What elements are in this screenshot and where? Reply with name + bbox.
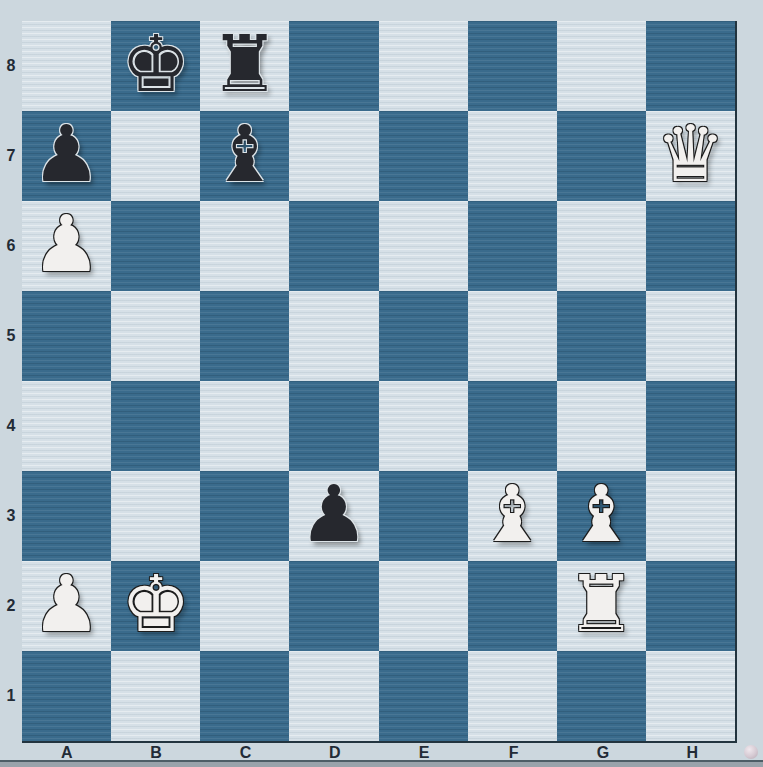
rank-label-7: 7 [0, 111, 22, 201]
file-label-h: H [648, 745, 737, 761]
square-g2[interactable]: ♜ [557, 561, 646, 651]
square-d1[interactable] [289, 651, 378, 741]
square-b5[interactable] [111, 291, 200, 381]
file-label-b: B [111, 745, 200, 761]
rank-label-6: 6 [0, 201, 22, 291]
square-b3[interactable] [111, 471, 200, 561]
square-g3[interactable]: ♝ [557, 471, 646, 561]
square-h5[interactable] [646, 291, 735, 381]
square-d7[interactable] [289, 111, 378, 201]
square-g6[interactable] [557, 201, 646, 291]
file-label-c: C [201, 745, 290, 761]
piece-white-bishop-f3[interactable]: ♝ [477, 475, 547, 553]
square-d6[interactable] [289, 201, 378, 291]
square-f6[interactable] [468, 201, 557, 291]
square-b4[interactable] [111, 381, 200, 471]
square-f1[interactable] [468, 651, 557, 741]
chess-app-window: 8 7 6 5 4 3 2 1 ♚♜♟♝♛♟♟♝♝♟♚♜ A B C D E F… [0, 0, 763, 767]
square-g4[interactable] [557, 381, 646, 471]
square-a8[interactable] [22, 21, 111, 111]
square-f4[interactable] [468, 381, 557, 471]
square-c4[interactable] [200, 381, 289, 471]
square-f3[interactable]: ♝ [468, 471, 557, 561]
square-g1[interactable] [557, 651, 646, 741]
square-e6[interactable] [379, 201, 468, 291]
square-d5[interactable] [289, 291, 378, 381]
chess-board[interactable]: ♚♜♟♝♛♟♟♝♝♟♚♜ [22, 21, 737, 743]
square-c5[interactable] [200, 291, 289, 381]
square-e4[interactable] [379, 381, 468, 471]
square-h2[interactable] [646, 561, 735, 651]
square-h7[interactable]: ♛ [646, 111, 735, 201]
square-e3[interactable] [379, 471, 468, 561]
square-c7[interactable]: ♝ [200, 111, 289, 201]
square-f5[interactable] [468, 291, 557, 381]
square-b1[interactable] [111, 651, 200, 741]
square-h6[interactable] [646, 201, 735, 291]
square-f7[interactable] [468, 111, 557, 201]
square-a2[interactable]: ♟ [22, 561, 111, 651]
piece-white-king-b2[interactable]: ♚ [121, 565, 191, 643]
square-e1[interactable] [379, 651, 468, 741]
square-a6[interactable]: ♟ [22, 201, 111, 291]
square-d8[interactable] [289, 21, 378, 111]
rank-label-4: 4 [0, 381, 22, 471]
square-c1[interactable] [200, 651, 289, 741]
square-b6[interactable] [111, 201, 200, 291]
rank-labels: 8 7 6 5 4 3 2 1 [0, 21, 22, 741]
piece-white-pawn-a2[interactable]: ♟ [32, 565, 102, 643]
piece-black-pawn-d3[interactable]: ♟ [299, 475, 369, 553]
piece-white-bishop-g3[interactable]: ♝ [566, 475, 636, 553]
piece-black-bishop-c7[interactable]: ♝ [210, 115, 280, 193]
file-label-e: E [380, 745, 469, 761]
rank-label-5: 5 [0, 291, 22, 381]
square-h3[interactable] [646, 471, 735, 561]
file-labels: A B C D E F G H [22, 745, 737, 761]
square-e5[interactable] [379, 291, 468, 381]
piece-black-pawn-a7[interactable]: ♟ [32, 115, 102, 193]
square-e2[interactable] [379, 561, 468, 651]
square-c6[interactable] [200, 201, 289, 291]
square-e8[interactable] [379, 21, 468, 111]
square-g7[interactable] [557, 111, 646, 201]
piece-white-queen-h7[interactable]: ♛ [655, 115, 725, 193]
square-a4[interactable] [22, 381, 111, 471]
file-label-a: A [22, 745, 111, 761]
square-g8[interactable] [557, 21, 646, 111]
bottom-bar [0, 760, 763, 767]
square-f2[interactable] [468, 561, 557, 651]
file-label-d: D [290, 745, 379, 761]
square-e7[interactable] [379, 111, 468, 201]
file-label-g: G [558, 745, 647, 761]
square-a7[interactable]: ♟ [22, 111, 111, 201]
piece-white-rook-g2[interactable]: ♜ [566, 565, 636, 643]
square-b7[interactable] [111, 111, 200, 201]
square-c3[interactable] [200, 471, 289, 561]
square-c2[interactable] [200, 561, 289, 651]
rank-label-3: 3 [0, 471, 22, 561]
piece-black-king-b8[interactable]: ♚ [121, 25, 191, 103]
file-label-f: F [469, 745, 558, 761]
square-g5[interactable] [557, 291, 646, 381]
square-a1[interactable] [22, 651, 111, 741]
rank-label-1: 1 [0, 651, 22, 741]
piece-black-rook-c8[interactable]: ♜ [210, 25, 280, 103]
square-b8[interactable]: ♚ [111, 21, 200, 111]
square-h1[interactable] [646, 651, 735, 741]
piece-white-pawn-a6[interactable]: ♟ [32, 205, 102, 283]
square-f8[interactable] [468, 21, 557, 111]
square-h8[interactable] [646, 21, 735, 111]
rank-label-8: 8 [0, 21, 22, 111]
square-c8[interactable]: ♜ [200, 21, 289, 111]
square-d4[interactable] [289, 381, 378, 471]
resize-grip-dot[interactable] [744, 745, 758, 759]
square-h4[interactable] [646, 381, 735, 471]
square-a5[interactable] [22, 291, 111, 381]
rank-label-2: 2 [0, 561, 22, 651]
square-d2[interactable] [289, 561, 378, 651]
square-b2[interactable]: ♚ [111, 561, 200, 651]
square-a3[interactable] [22, 471, 111, 561]
square-d3[interactable]: ♟ [289, 471, 378, 561]
